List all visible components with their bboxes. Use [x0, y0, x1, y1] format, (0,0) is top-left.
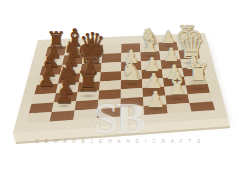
product-photo: ♜♝♞♟♜♟♞♛♝♚♟♟♚♟♟♛♝♟♟♟♟♟♞♞♟♟♜♟♜♟♝♟ SB S B …	[0, 0, 239, 180]
chess-board	[0, 0, 239, 180]
